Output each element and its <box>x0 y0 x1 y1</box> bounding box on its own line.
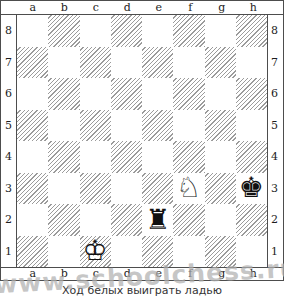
rank-labels-right: 87654321 <box>268 15 281 267</box>
square-a7 <box>17 47 48 79</box>
square-c4 <box>80 141 111 173</box>
square-h8 <box>236 15 267 47</box>
black-rook: ♜ <box>142 204 173 236</box>
file-label-bottom-h: h <box>238 268 270 279</box>
file-label-top-e: e <box>143 2 175 13</box>
rank-label-left-7: 7 <box>1 47 16 79</box>
square-g3 <box>205 173 236 205</box>
square-g5 <box>205 110 236 142</box>
file-label-top-d: d <box>112 2 144 13</box>
rank-label-left-3: 3 <box>1 173 16 205</box>
square-b3 <box>48 173 79 205</box>
file-label-bottom-c: c <box>80 268 112 279</box>
white-king-glyph: ♔ <box>80 236 111 268</box>
square-e6 <box>142 78 173 110</box>
square-b5 <box>48 110 79 142</box>
square-e3 <box>142 173 173 205</box>
square-c7 <box>80 47 111 79</box>
square-c3 <box>80 173 111 205</box>
square-h3: ♚ <box>236 173 267 205</box>
square-h5 <box>236 110 267 142</box>
square-g8 <box>205 15 236 47</box>
rank-label-right-6: 6 <box>268 78 281 110</box>
square-e2: ♜ <box>142 204 173 236</box>
square-c5 <box>80 110 111 142</box>
board-squares: ♞♘♚♜♚♔ <box>16 15 268 267</box>
square-g7 <box>205 47 236 79</box>
square-a4 <box>17 141 48 173</box>
rank-label-left-8: 8 <box>1 15 16 47</box>
square-a8 <box>17 15 48 47</box>
file-label-top-f: f <box>175 2 207 13</box>
square-g1 <box>205 236 236 268</box>
square-d6 <box>111 78 142 110</box>
square-d4 <box>111 141 142 173</box>
square-b7 <box>48 47 79 79</box>
square-c8 <box>80 15 111 47</box>
square-h6 <box>236 78 267 110</box>
square-g4 <box>205 141 236 173</box>
square-a3 <box>17 173 48 205</box>
square-b2 <box>48 204 79 236</box>
square-b8 <box>48 15 79 47</box>
square-f2 <box>173 204 204 236</box>
square-f1 <box>173 236 204 268</box>
square-h2 <box>236 204 267 236</box>
file-label-top-g: g <box>206 2 238 13</box>
square-e1 <box>142 236 173 268</box>
square-a5 <box>17 110 48 142</box>
square-h4 <box>236 141 267 173</box>
square-f3: ♞♘ <box>173 173 204 205</box>
square-f7 <box>173 47 204 79</box>
chess-board: abcdefgh 87654321 ♞♘♚♜♚♔ 87654321 abcdef… <box>0 0 284 281</box>
square-e5 <box>142 110 173 142</box>
file-label-bottom-e: e <box>143 268 175 279</box>
file-labels-top: abcdefgh <box>1 1 283 15</box>
square-d5 <box>111 110 142 142</box>
black-rook-glyph: ♜ <box>142 204 173 236</box>
rank-label-right-2: 2 <box>268 204 281 236</box>
file-label-top-b: b <box>49 2 81 13</box>
black-king-glyph: ♚ <box>236 173 267 205</box>
chess-diagram: abcdefgh 87654321 ♞♘♚♜♚♔ 87654321 abcdef… <box>0 0 284 300</box>
square-d2 <box>111 204 142 236</box>
file-labels-bottom: abcdefgh <box>1 267 283 279</box>
square-d3 <box>111 173 142 205</box>
rank-labels-left: 87654321 <box>1 15 16 267</box>
rank-label-right-7: 7 <box>268 47 281 79</box>
rank-label-right-8: 8 <box>268 15 281 47</box>
white-knight-glyph: ♘ <box>173 173 204 205</box>
square-a2 <box>17 204 48 236</box>
rank-label-right-3: 3 <box>268 173 281 205</box>
square-d1 <box>111 236 142 268</box>
rank-label-left-2: 2 <box>1 204 16 236</box>
square-c2 <box>80 204 111 236</box>
white-knight: ♞♘ <box>173 173 204 205</box>
file-label-top-h: h <box>238 2 270 13</box>
rank-label-left-1: 1 <box>1 236 16 268</box>
square-f8 <box>173 15 204 47</box>
puzzle-caption: Ход белых выиграть ладью <box>0 284 284 298</box>
file-label-bottom-a: a <box>17 268 49 279</box>
rank-label-left-5: 5 <box>1 110 16 142</box>
square-d8 <box>111 15 142 47</box>
rank-label-right-4: 4 <box>268 141 281 173</box>
black-king: ♚ <box>236 173 267 205</box>
square-f4 <box>173 141 204 173</box>
square-e4 <box>142 141 173 173</box>
file-label-bottom-d: d <box>112 268 144 279</box>
square-f5 <box>173 110 204 142</box>
square-b4 <box>48 141 79 173</box>
square-b6 <box>48 78 79 110</box>
square-g2 <box>205 204 236 236</box>
square-e7 <box>142 47 173 79</box>
square-b1 <box>48 236 79 268</box>
file-label-top-a: a <box>17 2 49 13</box>
square-d7 <box>111 47 142 79</box>
file-label-bottom-f: f <box>175 268 207 279</box>
square-a1 <box>17 236 48 268</box>
rank-label-right-1: 1 <box>268 236 281 268</box>
rank-label-left-4: 4 <box>1 141 16 173</box>
white-king: ♚♔ <box>80 236 111 268</box>
square-h7 <box>236 47 267 79</box>
square-h1 <box>236 236 267 268</box>
rank-label-right-5: 5 <box>268 110 281 142</box>
square-c6 <box>80 78 111 110</box>
file-label-top-c: c <box>80 2 112 13</box>
board-middle: 87654321 ♞♘♚♜♚♔ 87654321 <box>1 15 283 267</box>
square-e8 <box>142 15 173 47</box>
file-label-bottom-b: b <box>49 268 81 279</box>
square-a6 <box>17 78 48 110</box>
file-label-bottom-g: g <box>206 268 238 279</box>
square-g6 <box>205 78 236 110</box>
square-f6 <box>173 78 204 110</box>
square-c1: ♚♔ <box>80 236 111 268</box>
rank-label-left-6: 6 <box>1 78 16 110</box>
